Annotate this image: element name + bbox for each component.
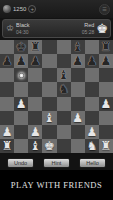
square-g1[interactable]: ♞ bbox=[85, 139, 99, 153]
square-a8[interactable] bbox=[0, 40, 14, 54]
player-black-info: Black 04:30 bbox=[16, 22, 29, 35]
square-h5[interactable] bbox=[99, 82, 113, 96]
square-g4[interactable] bbox=[85, 97, 99, 111]
square-g8[interactable] bbox=[85, 40, 99, 54]
square-e7[interactable] bbox=[57, 54, 71, 68]
square-g2[interactable]: ♟ bbox=[85, 125, 99, 139]
square-f7[interactable]: ♟ bbox=[71, 54, 85, 68]
square-f8[interactable]: ♝ bbox=[71, 40, 85, 54]
square-h4[interactable]: ♟ bbox=[99, 97, 113, 111]
player-red-name: Red bbox=[84, 22, 94, 29]
player-crown-icon: ♔ bbox=[6, 24, 14, 33]
white-pawn-piece[interactable]: ♟ bbox=[16, 98, 27, 110]
ad-banner-text: PLAY WITH FRIENDS bbox=[11, 180, 102, 190]
square-e5[interactable]: ♞ bbox=[57, 82, 71, 96]
coin-count: 1250 bbox=[13, 6, 26, 12]
ad-banner[interactable]: PLAY WITH FRIENDS bbox=[0, 170, 113, 200]
square-g3[interactable] bbox=[85, 111, 99, 125]
white-rook-piece[interactable]: ♜ bbox=[101, 140, 112, 152]
square-a1[interactable]: ♜ bbox=[0, 139, 14, 153]
square-f1[interactable] bbox=[71, 139, 85, 153]
black-bishop-piece[interactable]: ♝ bbox=[72, 41, 83, 53]
white-king-piece[interactable]: ♚ bbox=[44, 140, 55, 152]
square-c5[interactable] bbox=[28, 82, 42, 96]
hello-button[interactable]: Hello bbox=[79, 158, 106, 168]
black-pawn-piece[interactable]: ♟ bbox=[72, 55, 83, 67]
coin-icon bbox=[3, 5, 11, 13]
square-f6[interactable] bbox=[71, 68, 85, 82]
white-pawn-piece[interactable]: ♟ bbox=[72, 112, 83, 124]
square-b2[interactable] bbox=[14, 125, 28, 139]
action-bar: Undo Hint Hello bbox=[0, 153, 113, 168]
square-f2[interactable] bbox=[71, 125, 85, 139]
square-h6[interactable] bbox=[99, 68, 113, 82]
square-f3[interactable]: ♟ bbox=[71, 111, 85, 125]
square-d2[interactable] bbox=[42, 125, 56, 139]
square-b7[interactable]: ♟ bbox=[14, 54, 28, 68]
square-e3[interactable] bbox=[57, 111, 71, 125]
square-h1[interactable]: ♜ bbox=[99, 139, 113, 153]
square-a4[interactable] bbox=[0, 97, 14, 111]
square-h2[interactable] bbox=[99, 125, 113, 139]
opponent-crown-icon: ♚ bbox=[96, 22, 108, 35]
square-d8[interactable] bbox=[42, 40, 56, 54]
square-b4[interactable]: ♟ bbox=[14, 97, 28, 111]
square-c3[interactable] bbox=[28, 111, 42, 125]
square-d4[interactable] bbox=[42, 97, 56, 111]
black-bishop-piece[interactable]: ♝ bbox=[58, 69, 69, 81]
black-pawn-piece[interactable]: ♟ bbox=[101, 55, 112, 67]
black-pawn-piece[interactable]: ♟ bbox=[30, 55, 41, 67]
square-e4[interactable] bbox=[57, 97, 71, 111]
square-f5[interactable] bbox=[71, 82, 85, 96]
square-c8[interactable]: ♜ bbox=[28, 40, 42, 54]
square-b1[interactable] bbox=[14, 139, 28, 153]
square-c4[interactable] bbox=[28, 97, 42, 111]
square-g6[interactable] bbox=[85, 68, 99, 82]
player-black-name: Black bbox=[16, 22, 29, 29]
black-pawn-piece[interactable]: ♟ bbox=[86, 55, 97, 67]
white-knight-piece[interactable]: ♞ bbox=[86, 140, 97, 152]
black-rook-piece[interactable]: ♜ bbox=[101, 41, 112, 53]
player-red-info: Red 05:28 bbox=[82, 22, 95, 35]
square-b3[interactable] bbox=[14, 111, 28, 125]
square-b6[interactable] bbox=[14, 68, 28, 82]
square-g5[interactable] bbox=[85, 82, 99, 96]
hint-button[interactable]: Hint bbox=[43, 158, 70, 168]
square-c1[interactable]: ♝ bbox=[28, 139, 42, 153]
black-pawn-piece[interactable]: ♟ bbox=[16, 55, 27, 67]
black-rook-piece[interactable]: ♜ bbox=[30, 41, 41, 53]
square-a3[interactable] bbox=[0, 111, 14, 125]
square-e1[interactable] bbox=[57, 139, 71, 153]
square-e8[interactable] bbox=[57, 40, 71, 54]
undo-button[interactable]: Undo bbox=[7, 158, 34, 168]
white-bishop-piece[interactable]: ♝ bbox=[44, 112, 55, 124]
top-bar: 1250 + ☰ bbox=[0, 0, 113, 18]
white-pawn-piece[interactable]: ♟ bbox=[30, 126, 41, 138]
square-e6[interactable]: ♝ bbox=[57, 68, 71, 82]
square-b5[interactable] bbox=[14, 82, 28, 96]
player-red-clock: 05:28 bbox=[82, 29, 95, 35]
white-pawn-piece[interactable]: ♟ bbox=[101, 98, 112, 110]
white-rook-piece[interactable]: ♜ bbox=[2, 140, 13, 152]
chess-board[interactable]: Capture ♚♜♝♜♟♟♟♟♟♟♝♞♟♟♝♟♟♟♟♜♝♚♞♜ bbox=[0, 40, 113, 153]
square-d5[interactable] bbox=[42, 82, 56, 96]
square-c2[interactable]: ♟ bbox=[28, 125, 42, 139]
square-d6[interactable] bbox=[42, 68, 56, 82]
black-king-piece[interactable]: ♚ bbox=[16, 41, 27, 53]
white-pawn-piece[interactable]: ♟ bbox=[2, 126, 13, 138]
square-d7[interactable] bbox=[42, 54, 56, 68]
square-g7[interactable]: ♟ bbox=[85, 54, 99, 68]
square-h8[interactable]: ♜ bbox=[99, 40, 113, 54]
player-black-clock: 04:30 bbox=[16, 29, 29, 35]
black-pawn-piece[interactable]: ♟ bbox=[2, 55, 13, 67]
square-a7[interactable]: ♟ bbox=[0, 54, 14, 68]
square-b8[interactable]: ♚ bbox=[14, 40, 28, 54]
add-coins-button[interactable]: + bbox=[28, 5, 36, 13]
square-a5[interactable] bbox=[0, 82, 14, 96]
square-e2[interactable] bbox=[57, 125, 71, 139]
square-a6[interactable] bbox=[0, 68, 14, 82]
white-pawn-piece[interactable]: ♟ bbox=[86, 126, 97, 138]
player-bar: ♔ Black 04:30 Red 05:28 ♚ bbox=[2, 19, 111, 38]
square-a2[interactable]: ♟ bbox=[0, 125, 14, 139]
square-h3[interactable] bbox=[99, 111, 113, 125]
square-d3[interactable]: ♝ bbox=[42, 111, 56, 125]
square-d1[interactable]: ♚ bbox=[42, 139, 56, 153]
square-h7[interactable]: ♟ bbox=[99, 54, 113, 68]
white-bishop-piece[interactable]: ♝ bbox=[30, 140, 41, 152]
square-c7[interactable]: ♟ bbox=[28, 54, 42, 68]
menu-icon[interactable]: ☰ bbox=[99, 4, 110, 15]
square-f4[interactable] bbox=[71, 97, 85, 111]
square-c6[interactable] bbox=[28, 68, 42, 82]
black-knight-piece[interactable]: ♞ bbox=[58, 83, 69, 95]
hint-dot bbox=[19, 73, 24, 78]
